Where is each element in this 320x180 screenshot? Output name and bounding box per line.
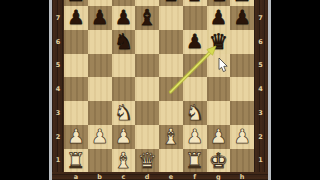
square-f6[interactable]: ♟ [183,30,207,54]
piece-white-bishop[interactable]: ♝ [112,149,136,173]
square-g2[interactable]: ♟ [207,125,231,149]
piece-black-bishop[interactable]: ♝ [135,6,159,30]
piece-white-queen[interactable]: ♛ [135,149,159,173]
square-d5[interactable] [135,54,159,78]
square-b5[interactable] [88,54,112,78]
piece-black-pawn[interactable]: ♟ [230,6,254,30]
square-a3[interactable] [64,101,88,125]
square-b4[interactable] [88,77,112,101]
square-c4[interactable] [112,77,136,101]
square-d6[interactable] [135,30,159,54]
file-label-f: f [190,173,200,180]
square-h1[interactable] [230,149,254,173]
square-d3[interactable] [135,101,159,125]
piece-white-pawn[interactable]: ♟ [112,125,136,149]
square-b6[interactable] [88,30,112,54]
square-h2[interactable]: ♟ [230,125,254,149]
square-f3[interactable]: ♞ [183,101,207,125]
piece-white-king[interactable]: ♚ [207,149,231,173]
square-h5[interactable] [230,54,254,78]
piece-black-pawn[interactable]: ♟ [183,30,207,54]
rank-label-right-4: 4 [256,85,266,93]
rank-label-left-4: 4 [53,85,63,93]
square-g3[interactable] [207,101,231,125]
square-g4[interactable] [207,77,231,101]
rank-label-right-3: 3 [256,109,266,117]
piece-black-queen[interactable]: ♛ [207,30,231,54]
square-e7[interactable] [159,6,183,30]
square-d2[interactable] [135,125,159,149]
piece-white-pawn[interactable]: ♟ [207,125,231,149]
piece-black-pawn[interactable]: ♟ [207,6,231,30]
rank-label-right-2: 2 [256,133,266,141]
board-frame-bottom [52,172,268,180]
right-edge-line [268,0,271,180]
file-label-g: g [213,173,223,180]
square-f7[interactable] [183,6,207,30]
square-e2[interactable]: ♝ [159,125,183,149]
rank-label-left-2: 2 [53,133,63,141]
rank-label-left-6: 6 [53,38,63,46]
rank-label-right-1: 1 [256,156,266,164]
square-b3[interactable] [88,101,112,125]
chess-board-screenshot: ♜♚♝♞♜♟♟♟♝♟♟♞♟♛♞♞♟♟♟♝♟♟♟♜♝♛♜♚ 88776655443… [0,0,320,180]
rank-label-right-6: 6 [256,38,266,46]
file-label-c: c [118,173,128,180]
square-e6[interactable] [159,30,183,54]
piece-white-pawn[interactable]: ♟ [183,125,207,149]
piece-white-rook[interactable]: ♜ [183,149,207,173]
square-a5[interactable] [64,54,88,78]
piece-black-pawn[interactable]: ♟ [88,6,112,30]
square-g7[interactable]: ♟ [207,6,231,30]
piece-white-knight[interactable]: ♞ [112,101,136,125]
square-c7[interactable]: ♟ [112,6,136,30]
square-f4[interactable] [183,77,207,101]
square-g5[interactable] [207,54,231,78]
piece-white-bishop[interactable]: ♝ [159,125,183,149]
piece-white-knight[interactable]: ♞ [183,101,207,125]
square-d4[interactable] [135,77,159,101]
square-a4[interactable] [64,77,88,101]
rank-label-right-5: 5 [256,61,266,69]
piece-white-pawn[interactable]: ♟ [230,125,254,149]
square-e3[interactable] [159,101,183,125]
square-e5[interactable] [159,54,183,78]
square-h3[interactable] [230,101,254,125]
square-f2[interactable]: ♟ [183,125,207,149]
square-h7[interactable]: ♟ [230,6,254,30]
square-h6[interactable] [230,30,254,54]
square-c2[interactable]: ♟ [112,125,136,149]
square-d7[interactable]: ♝ [135,6,159,30]
square-b7[interactable]: ♟ [88,6,112,30]
piece-white-rook[interactable]: ♜ [64,149,88,173]
piece-black-knight[interactable]: ♞ [112,30,136,54]
square-a7[interactable]: ♟ [64,6,88,30]
file-label-e: e [166,173,176,180]
rank-label-left-3: 3 [53,109,63,117]
square-d1[interactable]: ♛ [135,149,159,173]
square-c1[interactable]: ♝ [112,149,136,173]
square-h4[interactable] [230,77,254,101]
rank-label-left-1: 1 [53,156,63,164]
square-f1[interactable]: ♜ [183,149,207,173]
square-c3[interactable]: ♞ [112,101,136,125]
file-label-h: h [237,173,247,180]
square-a1[interactable]: ♜ [64,149,88,173]
square-b1[interactable] [88,149,112,173]
square-g6[interactable]: ♛ [207,30,231,54]
square-g1[interactable]: ♚ [207,149,231,173]
file-label-a: a [71,173,81,180]
rank-label-left-5: 5 [53,61,63,69]
file-label-b: b [95,173,105,180]
piece-white-pawn[interactable]: ♟ [64,125,88,149]
rank-label-left-7: 7 [53,14,63,22]
square-a2[interactable]: ♟ [64,125,88,149]
square-c5[interactable] [112,54,136,78]
board-squares: ♜♚♝♞♜♟♟♟♝♟♟♞♟♛♞♞♟♟♟♝♟♟♟♜♝♛♜♚ [64,0,254,172]
piece-black-pawn[interactable]: ♟ [112,6,136,30]
square-e1[interactable] [159,149,183,173]
square-e4[interactable] [159,77,183,101]
file-label-d: d [142,173,152,180]
square-a6[interactable] [64,30,88,54]
rank-label-right-7: 7 [256,14,266,22]
square-b2[interactable]: ♟ [88,125,112,149]
piece-white-pawn[interactable]: ♟ [88,125,112,149]
piece-black-pawn[interactable]: ♟ [64,6,88,30]
square-c6[interactable]: ♞ [112,30,136,54]
square-f5[interactable] [183,54,207,78]
